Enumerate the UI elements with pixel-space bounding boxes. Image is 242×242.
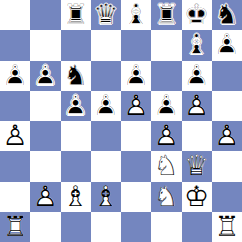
black-pawn-glyph-outline: ♙ — [61, 91, 91, 121]
white-pawn-glyph-outline: ♙ — [212, 121, 242, 151]
square-h7[interactable]: ♟♙ — [212, 30, 242, 60]
square-a4[interactable]: ♟♙ — [0, 121, 30, 151]
square-c3[interactable] — [61, 151, 91, 181]
piece-white-king[interactable]: ♚♔ — [182, 182, 212, 212]
piece-black-pawn[interactable]: ♟♙ — [30, 61, 60, 91]
piece-black-pawn[interactable]: ♟♙ — [182, 61, 212, 91]
white-queen-glyph-outline: ♕ — [182, 151, 212, 181]
square-a8[interactable] — [0, 0, 30, 30]
square-a1[interactable]: ♜♖ — [0, 212, 30, 242]
square-a5[interactable] — [0, 91, 30, 121]
piece-black-rook[interactable]: ♜♖ — [151, 0, 181, 30]
piece-black-pawn[interactable]: ♟♙ — [151, 91, 181, 121]
square-e2[interactable] — [121, 182, 151, 212]
square-d8[interactable]: ♛♕ — [91, 0, 121, 30]
piece-white-knight[interactable]: ♞♘ — [151, 182, 181, 212]
square-d7[interactable] — [91, 30, 121, 60]
piece-white-rook[interactable]: ♜♖ — [212, 212, 242, 242]
piece-black-king[interactable]: ♚♔ — [182, 0, 212, 30]
square-e5[interactable]: ♟♙ — [121, 91, 151, 121]
square-b6[interactable]: ♟♙ — [30, 61, 60, 91]
square-b4[interactable] — [30, 121, 60, 151]
white-pawn-glyph-outline: ♙ — [0, 121, 30, 151]
piece-black-pawn[interactable]: ♟♙ — [0, 61, 30, 91]
square-g2[interactable]: ♚♔ — [182, 182, 212, 212]
square-e7[interactable] — [121, 30, 151, 60]
square-g4[interactable] — [182, 121, 212, 151]
square-c1[interactable] — [61, 212, 91, 242]
square-h6[interactable] — [212, 61, 242, 91]
square-g1[interactable] — [182, 212, 212, 242]
piece-white-pawn[interactable]: ♟♙ — [0, 121, 30, 151]
white-knight-glyph-outline: ♘ — [151, 182, 181, 212]
black-knight-glyph-outline: ♘ — [61, 61, 91, 91]
white-rook-glyph-outline: ♖ — [0, 212, 30, 242]
white-pawn-glyph-outline: ♙ — [30, 182, 60, 212]
piece-black-rook[interactable]: ♜♖ — [61, 0, 91, 30]
piece-white-pawn[interactable]: ♟♙ — [121, 91, 151, 121]
chess-board: ♜♖♛♕♝♗♜♖♚♔♞♘♝♗♟♙♟♙♟♙♞♘♟♙♟♙♟♙♟♙♟♙♟♙♟♙♟♙♟♙… — [0, 0, 242, 242]
piece-white-bishop[interactable]: ♝♗ — [61, 182, 91, 212]
square-e1[interactable] — [121, 212, 151, 242]
black-pawn-glyph-outline: ♙ — [151, 91, 181, 121]
square-b7[interactable] — [30, 30, 60, 60]
black-queen-glyph-outline: ♕ — [91, 0, 121, 30]
square-c5[interactable]: ♟♙ — [61, 91, 91, 121]
square-f5[interactable]: ♟♙ — [151, 91, 181, 121]
piece-black-queen[interactable]: ♛♕ — [91, 0, 121, 30]
piece-white-pawn[interactable]: ♟♙ — [212, 121, 242, 151]
square-b3[interactable] — [30, 151, 60, 181]
black-rook-glyph-outline: ♖ — [61, 0, 91, 30]
square-b1[interactable] — [30, 212, 60, 242]
piece-white-queen[interactable]: ♛♕ — [182, 151, 212, 181]
square-c7[interactable] — [61, 30, 91, 60]
piece-black-pawn[interactable]: ♟♙ — [212, 30, 242, 60]
square-c2[interactable]: ♝♗ — [61, 182, 91, 212]
square-b5[interactable] — [30, 91, 60, 121]
black-pawn-glyph-outline: ♙ — [121, 61, 151, 91]
square-d5[interactable]: ♟♙ — [91, 91, 121, 121]
white-knight-glyph-outline: ♘ — [151, 151, 181, 181]
square-c4[interactable] — [61, 121, 91, 151]
square-g3[interactable]: ♛♕ — [182, 151, 212, 181]
white-pawn-glyph-outline: ♙ — [182, 91, 212, 121]
black-knight-glyph-outline: ♘ — [212, 0, 242, 30]
square-b2[interactable]: ♟♙ — [30, 182, 60, 212]
square-f2[interactable]: ♞♘ — [151, 182, 181, 212]
piece-white-pawn[interactable]: ♟♙ — [30, 182, 60, 212]
square-e6[interactable]: ♟♙ — [121, 61, 151, 91]
piece-white-bishop[interactable]: ♝♗ — [91, 182, 121, 212]
square-f8[interactable]: ♜♖ — [151, 0, 181, 30]
white-rook-glyph-outline: ♖ — [212, 212, 242, 242]
black-pawn-glyph-outline: ♙ — [91, 91, 121, 121]
white-bishop-glyph-outline: ♗ — [91, 182, 121, 212]
square-b8[interactable] — [30, 0, 60, 30]
piece-black-bishop[interactable]: ♝♗ — [182, 30, 212, 60]
white-king-glyph-outline: ♔ — [182, 182, 212, 212]
square-h3[interactable] — [212, 151, 242, 181]
square-h8[interactable]: ♞♘ — [212, 0, 242, 30]
black-king-glyph-outline: ♔ — [182, 0, 212, 30]
square-f6[interactable] — [151, 61, 181, 91]
black-pawn-glyph-outline: ♙ — [30, 61, 60, 91]
square-a6[interactable]: ♟♙ — [0, 61, 30, 91]
square-a2[interactable] — [0, 182, 30, 212]
square-g6[interactable]: ♟♙ — [182, 61, 212, 91]
piece-black-pawn[interactable]: ♟♙ — [121, 61, 151, 91]
piece-black-pawn[interactable]: ♟♙ — [61, 91, 91, 121]
square-g5[interactable]: ♟♙ — [182, 91, 212, 121]
square-g7[interactable]: ♝♗ — [182, 30, 212, 60]
black-pawn-glyph-outline: ♙ — [212, 30, 242, 60]
square-c6[interactable]: ♞♘ — [61, 61, 91, 91]
piece-white-rook[interactable]: ♜♖ — [0, 212, 30, 242]
square-e3[interactable] — [121, 151, 151, 181]
square-f3[interactable]: ♞♘ — [151, 151, 181, 181]
square-a3[interactable] — [0, 151, 30, 181]
square-c8[interactable]: ♜♖ — [61, 0, 91, 30]
square-e8[interactable]: ♝♗ — [121, 0, 151, 30]
black-bishop-glyph-outline: ♗ — [121, 0, 151, 30]
black-bishop-glyph-outline: ♗ — [182, 30, 212, 60]
square-h1[interactable]: ♜♖ — [212, 212, 242, 242]
square-h5[interactable] — [212, 91, 242, 121]
square-d4[interactable] — [91, 121, 121, 151]
piece-white-pawn[interactable]: ♟♙ — [151, 121, 181, 151]
square-f7[interactable] — [151, 30, 181, 60]
white-bishop-glyph-outline: ♗ — [61, 182, 91, 212]
square-h2[interactable] — [212, 182, 242, 212]
white-pawn-glyph-outline: ♙ — [121, 91, 151, 121]
piece-black-pawn[interactable]: ♟♙ — [91, 91, 121, 121]
white-pawn-glyph-outline: ♙ — [151, 121, 181, 151]
black-pawn-glyph-outline: ♙ — [0, 61, 30, 91]
piece-black-bishop[interactable]: ♝♗ — [121, 0, 151, 30]
square-f1[interactable] — [151, 212, 181, 242]
piece-white-pawn[interactable]: ♟♙ — [182, 91, 212, 121]
square-f4[interactable]: ♟♙ — [151, 121, 181, 151]
square-d1[interactable] — [91, 212, 121, 242]
piece-white-knight[interactable]: ♞♘ — [151, 151, 181, 181]
square-a7[interactable] — [0, 30, 30, 60]
square-d6[interactable] — [91, 61, 121, 91]
black-rook-glyph-outline: ♖ — [151, 0, 181, 30]
square-h4[interactable]: ♟♙ — [212, 121, 242, 151]
square-d3[interactable] — [91, 151, 121, 181]
piece-black-knight[interactable]: ♞♘ — [212, 0, 242, 30]
square-d2[interactable]: ♝♗ — [91, 182, 121, 212]
black-pawn-glyph-outline: ♙ — [182, 61, 212, 91]
square-e4[interactable] — [121, 121, 151, 151]
square-g8[interactable]: ♚♔ — [182, 0, 212, 30]
piece-black-knight[interactable]: ♞♘ — [61, 61, 91, 91]
